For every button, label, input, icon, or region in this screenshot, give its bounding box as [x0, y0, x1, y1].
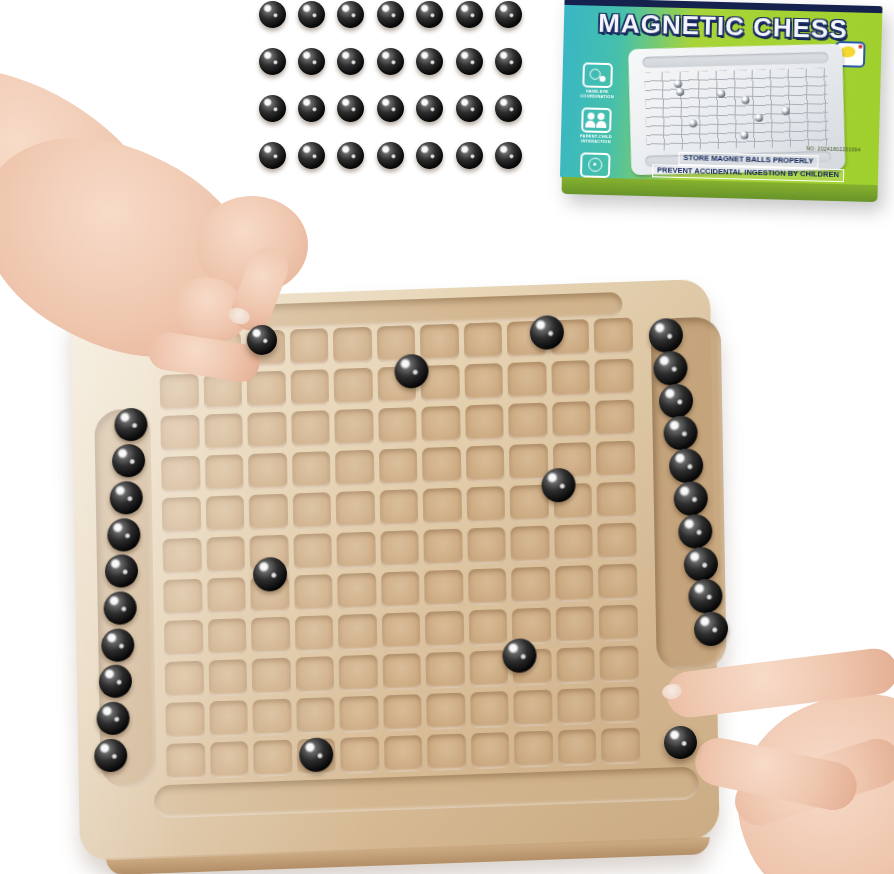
- board-dimple-cell: [294, 574, 333, 611]
- spare-magnet-ball: [337, 142, 364, 169]
- box-art-silver-ball: [718, 89, 726, 97]
- board-dimple-cell: [426, 693, 465, 730]
- board-dimple-cell: [207, 618, 246, 655]
- board-dimple-cell: [422, 447, 461, 484]
- box-art-silver-ball: [689, 120, 697, 128]
- spare-magnet-ball: [298, 48, 325, 75]
- board-dimple-cell: [508, 362, 547, 399]
- badge-logo-blob: [840, 46, 855, 57]
- board-dimple-cell: [382, 653, 421, 690]
- product-box: MAGNETIC CHESS HAND-EYE COORDINATION PAR…: [559, 0, 882, 202]
- board-dimple-cell: [380, 530, 419, 567]
- board-dimple-cell: [596, 441, 635, 478]
- spare-magnet-ball: [456, 48, 483, 75]
- board-dimple-cell: [508, 403, 547, 440]
- board-dimple-cell: [599, 605, 638, 642]
- board-dimple-cell: [464, 363, 503, 400]
- board-dimple-cell: [292, 451, 331, 488]
- spare-magnet-ball: [377, 95, 404, 122]
- board-dimple-cell: [598, 564, 637, 601]
- board-dimple-cell: [595, 359, 634, 396]
- spare-magnet-ball: [337, 95, 364, 122]
- board-dimple-cell: [294, 615, 333, 652]
- board-dimple-cell: [340, 737, 379, 774]
- spare-magnet-ball: [259, 48, 286, 75]
- board-dimple-cell: [555, 565, 594, 602]
- board-dimple-cell: [594, 318, 633, 355]
- spare-magnet-ball: [456, 95, 483, 122]
- board-dimple-cell: [160, 415, 199, 452]
- box-art-top-tray: [642, 52, 828, 68]
- board-dimple-cell: [210, 741, 249, 778]
- board-dimple-cell: [204, 413, 243, 450]
- board-dimple-cell: [162, 538, 201, 575]
- board-dimple-cell: [248, 453, 287, 490]
- board-dimple-cell: [209, 700, 248, 737]
- feature-parent-child: PARENT-CHILD INTERACTION: [570, 107, 623, 144]
- box-art-silver-ball: [742, 96, 750, 104]
- board-dimple-cell: [466, 486, 505, 523]
- board-dimple-cell: [511, 526, 550, 563]
- spare-magnet-ball: [377, 142, 404, 169]
- board-dimple-cell: [467, 527, 506, 564]
- box-art-silver-ball: [676, 88, 684, 96]
- spare-magnet-ball: [416, 142, 443, 169]
- spare-magnet-ball: [456, 142, 483, 169]
- board-dimple-cell: [511, 567, 550, 604]
- spare-magnet-ball: [416, 48, 443, 75]
- board-dimple-cell: [381, 612, 420, 649]
- board-dimple-cell: [378, 407, 417, 444]
- board-dimple-cell: [424, 570, 463, 607]
- spare-magnet-ball: [495, 1, 522, 28]
- board-dimple-cell: [206, 536, 245, 573]
- board-dimple-cell: [466, 445, 505, 482]
- board-dimple-cell: [163, 579, 202, 616]
- spare-magnet-ball: [495, 48, 522, 75]
- box-art-silver-ball: [782, 107, 790, 115]
- spare-magnet-ball: [259, 95, 286, 122]
- board-dimple-cell: [334, 409, 373, 446]
- board-dimple-cell: [470, 691, 509, 728]
- spare-magnet-ball: [416, 1, 443, 28]
- spare-magnet-ball: [495, 95, 522, 122]
- board-dimple-cell: [205, 495, 244, 532]
- board-dimple-cell: [471, 732, 510, 769]
- board-dimple-cell: [464, 322, 503, 359]
- board-dimple-cell: [424, 529, 463, 566]
- feature-icon-column: HAND-EYE COORDINATION PARENT-CHILD INTER…: [568, 62, 624, 186]
- board-dimple-cell: [339, 655, 378, 692]
- board-dimple-cell: [597, 482, 636, 519]
- board-dimple-cell: [252, 658, 291, 695]
- box-art-grid: [645, 68, 829, 151]
- board-dimple-cell: [383, 694, 422, 731]
- board-dimple-cell: [247, 412, 286, 449]
- board-dimple-cell: [596, 400, 635, 437]
- spare-magnet-ball: [377, 1, 404, 28]
- right-tray-magnet-ball: [683, 546, 718, 581]
- board-dimple-cell: [207, 577, 246, 614]
- board-dimple-cell: [465, 404, 504, 441]
- left-tray-magnet-ball: [114, 407, 148, 441]
- board-dimple-cell: [164, 620, 203, 657]
- spare-magnet-ball: [377, 48, 404, 75]
- board-dimple-cell: [556, 647, 595, 684]
- spare-magnet-ball: [416, 95, 443, 122]
- board-dimple-cell: [421, 406, 460, 443]
- box-art-silver-ball: [755, 114, 763, 122]
- spare-magnet-ball: [337, 1, 364, 28]
- board-dimple-cell: [427, 734, 466, 771]
- board-dimple-cell: [384, 735, 423, 772]
- board-dimple-cell: [379, 448, 418, 485]
- board-dimple-cell: [338, 614, 377, 651]
- board-dimple-cell: [379, 489, 418, 526]
- board-dimple-cell: [552, 401, 591, 438]
- board-dimple-cell: [337, 532, 376, 569]
- product-photo-canvas: MAGNETIC CHESS HAND-EYE COORDINATION PAR…: [0, 0, 894, 874]
- board-dimple-cell: [339, 696, 378, 733]
- board-dimple-cell: [554, 524, 593, 561]
- board-dimple-cell: [291, 410, 330, 447]
- spare-magnet-ball: [298, 1, 325, 28]
- board-dimple-cell: [337, 573, 376, 610]
- box-art-silver-ball: [674, 80, 682, 88]
- board-dimple-cell: [166, 743, 205, 780]
- board-dimple-cell: [335, 450, 374, 487]
- right-player-hand: [620, 640, 894, 874]
- board-dimple-cell: [251, 617, 290, 654]
- board-dimple-cell: [295, 656, 334, 693]
- board-dimple-cell: [253, 740, 292, 777]
- board-dimple-cell: [509, 444, 548, 481]
- board-dimple-cell: [556, 606, 595, 643]
- right-tray-magnet-ball: [659, 383, 694, 418]
- spare-magnet-ball: [298, 95, 325, 122]
- board-dimple-cell: [551, 360, 590, 397]
- board-dimple-cell: [293, 533, 332, 570]
- board-dimple-cell: [205, 454, 244, 491]
- board-dimple-cell: [162, 497, 201, 534]
- box-front-face: MAGNETIC CHESS HAND-EYE COORDINATION PAR…: [560, 0, 883, 186]
- box-title: MAGNETIC CHESS: [564, 7, 883, 46]
- spare-magnet-ball: [259, 1, 286, 28]
- board-dimple-cell: [558, 729, 597, 766]
- board-dimple-cell: [161, 456, 200, 493]
- left-hand-thumb: [146, 329, 263, 384]
- board-dimple-cell: [249, 494, 288, 531]
- board-dimple-cell: [381, 571, 420, 608]
- hand-ball-icon: [582, 62, 613, 88]
- feature-hand-eye: HAND-EYE COORDINATION: [571, 62, 624, 99]
- spare-magnet-ball: [337, 48, 364, 75]
- board-dimple-cell: [425, 611, 464, 648]
- left-player-hand: [0, 120, 340, 400]
- board-dimple-cell: [557, 688, 596, 725]
- board-dimple-cell: [513, 690, 552, 727]
- head-gear-icon: [580, 152, 611, 178]
- board-dimple-cell: [420, 324, 459, 361]
- board-dimple-cell: [208, 659, 247, 696]
- board-dimple-cell: [252, 699, 291, 736]
- board-dimple-cell: [426, 652, 465, 689]
- board-dimple-cell: [336, 491, 375, 528]
- spare-magnet-ball: [495, 142, 522, 169]
- board-dimple-cell: [598, 523, 637, 560]
- badge-trademark-dot: [858, 45, 862, 49]
- board-dimple-cell: [165, 661, 204, 698]
- box-art-silver-ball: [741, 131, 749, 139]
- spare-magnet-ball: [456, 1, 483, 28]
- two-people-icon: [581, 107, 612, 133]
- board-dimple-cell: [296, 697, 335, 734]
- board-dimple-cell: [165, 702, 204, 739]
- board-dimple-cell: [468, 568, 507, 605]
- board-dimple-cell: [423, 488, 462, 525]
- board-dimple-cell: [469, 609, 508, 646]
- board-dimple-cell: [292, 492, 331, 529]
- board-dimple-cell: [514, 731, 553, 768]
- left-tray-magnet-ball: [101, 628, 135, 662]
